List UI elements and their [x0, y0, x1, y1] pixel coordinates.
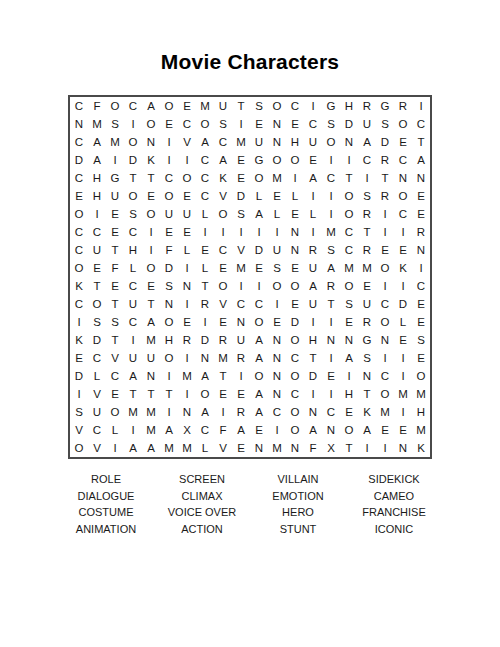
grid-cell: K	[70, 277, 88, 295]
grid-cell: G	[322, 97, 340, 115]
grid-cell: N	[340, 331, 358, 349]
grid-cell: R	[358, 97, 376, 115]
grid-cell: G	[376, 97, 394, 115]
grid-cell: I	[160, 133, 178, 151]
word-list-item: DIALOGUE	[58, 488, 154, 505]
grid-cell: S	[250, 97, 268, 115]
word-search-grid: CFOCAOEMUTSOCIGHRGRINMSIOECOSIENECSDUSOC…	[68, 95, 432, 459]
grid-cell: O	[376, 313, 394, 331]
grid-cell: U	[358, 295, 376, 313]
grid-cell: C	[394, 205, 412, 223]
grid-cell: E	[70, 187, 88, 205]
grid-cell: T	[412, 133, 430, 151]
grid-cell: I	[322, 313, 340, 331]
grid-cell: N	[358, 367, 376, 385]
grid-cell: E	[178, 187, 196, 205]
grid-cell: I	[376, 223, 394, 241]
grid-cell: M	[214, 349, 232, 367]
grid-cell: V	[214, 295, 232, 313]
grid-cell: I	[412, 97, 430, 115]
grid-cell: O	[286, 151, 304, 169]
grid-cell: I	[142, 223, 160, 241]
grid-cell: C	[124, 97, 142, 115]
grid-cell: N	[268, 367, 286, 385]
grid-cell: A	[250, 331, 268, 349]
grid-cell: G	[358, 331, 376, 349]
grid-cell: E	[250, 115, 268, 133]
grid-cell: A	[142, 313, 160, 331]
grid-cell: R	[304, 241, 322, 259]
grid-cell: D	[70, 367, 88, 385]
grid-cell: E	[340, 403, 358, 421]
grid-cell: U	[88, 241, 106, 259]
grid-cell: O	[142, 115, 160, 133]
grid-cell: V	[214, 187, 232, 205]
grid-cell: D	[304, 367, 322, 385]
grid-cell: S	[70, 403, 88, 421]
grid-cell: O	[160, 97, 178, 115]
grid-cell: C	[412, 277, 430, 295]
grid-cell: E	[142, 187, 160, 205]
word-list-item: SCREEN	[154, 471, 250, 488]
grid-cell: C	[124, 313, 142, 331]
grid-cell: C	[214, 133, 232, 151]
grid-cell: C	[376, 367, 394, 385]
grid-cell: S	[340, 295, 358, 313]
grid-cell: O	[178, 169, 196, 187]
grid-cell: D	[88, 331, 106, 349]
grid-cell: E	[214, 259, 232, 277]
grid-cell: S	[268, 259, 286, 277]
grid-cell: E	[178, 223, 196, 241]
grid-cell: I	[394, 403, 412, 421]
grid-cell: D	[340, 115, 358, 133]
grid-cell: N	[340, 133, 358, 151]
grid-cell: I	[322, 385, 340, 403]
grid-cell: I	[394, 277, 412, 295]
grid-cell: E	[214, 385, 232, 403]
grid-cell: I	[304, 187, 322, 205]
grid-cell: M	[178, 367, 196, 385]
grid-cell: I	[232, 223, 250, 241]
grid-cell: O	[322, 133, 340, 151]
grid-cell: N	[178, 277, 196, 295]
grid-cell: A	[88, 151, 106, 169]
grid-cell: I	[232, 277, 250, 295]
grid-cell: L	[268, 205, 286, 223]
grid-cell: D	[196, 331, 214, 349]
grid-cell: D	[376, 133, 394, 151]
grid-cell: E	[412, 187, 430, 205]
grid-cell: R	[358, 313, 376, 331]
grid-cell: E	[232, 439, 250, 457]
grid-cell: O	[70, 259, 88, 277]
grid-cell: L	[304, 205, 322, 223]
grid-cell: L	[124, 259, 142, 277]
grid-cell: C	[196, 169, 214, 187]
grid-cell: T	[124, 385, 142, 403]
grid-cell: V	[88, 385, 106, 403]
grid-cell: O	[340, 205, 358, 223]
grid-cell: M	[160, 439, 178, 457]
word-list-item: EMOTION	[250, 488, 346, 505]
grid-cell: U	[88, 403, 106, 421]
grid-cell: M	[178, 439, 196, 457]
grid-cell: V	[214, 439, 232, 457]
grid-cell: O	[160, 349, 178, 367]
grid-cell: E	[106, 223, 124, 241]
grid-cell: E	[412, 349, 430, 367]
grid-cell: D	[70, 151, 88, 169]
grid-cell: I	[304, 385, 322, 403]
grid-cell: L	[394, 313, 412, 331]
grid-cell: T	[304, 349, 322, 367]
grid-cell: E	[286, 259, 304, 277]
grid-cell: N	[268, 115, 286, 133]
grid-cell: H	[124, 241, 142, 259]
grid-cell: C	[196, 151, 214, 169]
grid-cell: I	[178, 295, 196, 313]
grid-cell: C	[358, 151, 376, 169]
grid-cell: A	[304, 277, 322, 295]
grid-cell: I	[214, 223, 232, 241]
grid-cell: U	[358, 115, 376, 133]
grid-cell: A	[304, 421, 322, 439]
grid-cell: I	[322, 187, 340, 205]
grid-cell: N	[304, 403, 322, 421]
grid-cell: N	[196, 349, 214, 367]
grid-cell: I	[232, 367, 250, 385]
grid-cell: O	[70, 439, 88, 457]
grid-cell: O	[106, 403, 124, 421]
grid-cell: O	[286, 367, 304, 385]
grid-cell: E	[268, 313, 286, 331]
grid-cell: R	[358, 241, 376, 259]
grid-cell: N	[412, 241, 430, 259]
grid-cell: C	[70, 133, 88, 151]
grid-cell: S	[376, 115, 394, 133]
grid-cell: L	[196, 259, 214, 277]
grid-cell: S	[106, 115, 124, 133]
grid-cell: T	[160, 385, 178, 403]
grid-cell: S	[232, 205, 250, 223]
grid-cell: A	[232, 421, 250, 439]
grid-cell: A	[196, 367, 214, 385]
grid-cell: I	[394, 367, 412, 385]
grid-cell: D	[232, 187, 250, 205]
grid-cell: C	[160, 169, 178, 187]
grid-cell: E	[232, 385, 250, 403]
grid-cell: S	[322, 241, 340, 259]
grid-cell: I	[196, 223, 214, 241]
grid-cell: R	[214, 331, 232, 349]
grid-cell: I	[196, 313, 214, 331]
grid-cell: I	[178, 349, 196, 367]
grid-cell: T	[322, 295, 340, 313]
grid-cell: M	[124, 403, 142, 421]
grid-cell: L	[88, 367, 106, 385]
grid-cell: S	[322, 115, 340, 133]
grid-cell: L	[250, 187, 268, 205]
grid-cell: N	[376, 331, 394, 349]
grid-cell: M	[142, 403, 160, 421]
grid-cell: R	[394, 97, 412, 115]
grid-cell: I	[358, 169, 376, 187]
grid-cell: N	[394, 169, 412, 187]
grid-cell: T	[124, 169, 142, 187]
grid-cell: E	[106, 385, 124, 403]
grid-cell: E	[106, 205, 124, 223]
grid-cell: I	[178, 151, 196, 169]
grid-cell: A	[196, 133, 214, 151]
grid-cell: E	[214, 313, 232, 331]
grid-cell: K	[412, 439, 430, 457]
grid-cell: C	[214, 241, 232, 259]
grid-cell: F	[88, 97, 106, 115]
grid-cell: K	[394, 259, 412, 277]
grid-cell: N	[268, 349, 286, 367]
grid-cell: D	[160, 259, 178, 277]
grid-cell: O	[160, 313, 178, 331]
grid-cell: H	[286, 133, 304, 151]
grid-cell: C	[88, 223, 106, 241]
grid-cell: C	[286, 349, 304, 367]
grid-cell: C	[196, 421, 214, 439]
grid-cell: S	[358, 349, 376, 367]
grid-cell: I	[394, 223, 412, 241]
grid-cell: T	[358, 385, 376, 403]
grid-cell: I	[340, 151, 358, 169]
grid-cell: T	[196, 277, 214, 295]
grid-cell: E	[394, 241, 412, 259]
grid-cell: T	[340, 169, 358, 187]
grid-cell: O	[250, 367, 268, 385]
grid-cell: M	[340, 259, 358, 277]
grid-cell: R	[376, 151, 394, 169]
grid-cell: E	[412, 313, 430, 331]
grid-cell: A	[142, 439, 160, 457]
grid-cell: E	[376, 421, 394, 439]
grid-cell: U	[178, 205, 196, 223]
grid-cell: O	[268, 151, 286, 169]
grid-cell: A	[340, 349, 358, 367]
grid-cell: E	[250, 259, 268, 277]
grid-cell: E	[358, 277, 376, 295]
grid-cell: M	[268, 439, 286, 457]
grid-cell: C	[70, 169, 88, 187]
grid-cell: C	[322, 169, 340, 187]
grid-cell: N	[142, 133, 160, 151]
word-list-item: CLIMAX	[154, 488, 250, 505]
grid-cell: O	[214, 205, 232, 223]
word-list-item: FRANCHISE	[346, 504, 442, 521]
grid-cell: R	[178, 331, 196, 349]
grid-cell: H	[88, 187, 106, 205]
grid-cell: O	[286, 331, 304, 349]
grid-cell: M	[322, 223, 340, 241]
grid-cell: E	[340, 313, 358, 331]
grid-cell: T	[340, 439, 358, 457]
grid-cell: N	[232, 313, 250, 331]
grid-cell: N	[322, 331, 340, 349]
grid-cell: O	[394, 187, 412, 205]
grid-cell: O	[214, 277, 232, 295]
grid-cell: E	[376, 241, 394, 259]
grid-cell: E	[232, 169, 250, 187]
grid-cell: C	[106, 367, 124, 385]
grid-cell: A	[124, 367, 142, 385]
grid-cell: C	[322, 403, 340, 421]
grid-cell: O	[340, 187, 358, 205]
grid-cell: H	[304, 331, 322, 349]
grid-cell: L	[286, 187, 304, 205]
grid-cell: E	[286, 295, 304, 313]
grid-cell: C	[340, 223, 358, 241]
grid-cell: I	[376, 277, 394, 295]
grid-cell: C	[70, 241, 88, 259]
grid-cell: C	[412, 115, 430, 133]
grid-cell: I	[232, 115, 250, 133]
grid-cell: N	[412, 169, 430, 187]
grid-cell: L	[196, 439, 214, 457]
grid-cell: I	[106, 439, 124, 457]
grid-cell: M	[142, 421, 160, 439]
grid-cell: M	[412, 421, 430, 439]
grid-cell: O	[268, 277, 286, 295]
grid-cell: E	[160, 115, 178, 133]
grid-cell: O	[106, 97, 124, 115]
grid-cell: F	[304, 439, 322, 457]
grid-cell: I	[286, 169, 304, 187]
grid-cell: M	[268, 169, 286, 187]
grid-cell: C	[250, 295, 268, 313]
grid-cell: O	[250, 313, 268, 331]
grid-cell: M	[358, 259, 376, 277]
grid-cell: I	[142, 241, 160, 259]
word-list-item: STUNT	[250, 521, 346, 538]
grid-cell: O	[196, 115, 214, 133]
word-list-item: ACTION	[154, 521, 250, 538]
grid-cell: M	[394, 385, 412, 403]
grid-cell: A	[322, 259, 340, 277]
grid-cell: I	[268, 295, 286, 313]
grid-cell: D	[124, 151, 142, 169]
grid-cell: C	[286, 97, 304, 115]
grid-cell: F	[214, 421, 232, 439]
word-list-item: CAMEO	[346, 488, 442, 505]
grid-cell: E	[412, 205, 430, 223]
grid-cell: C	[70, 97, 88, 115]
grid-cell: I	[178, 259, 196, 277]
grid-cell: E	[70, 349, 88, 367]
grid-cell: F	[160, 241, 178, 259]
grid-cell: I	[412, 259, 430, 277]
grid-cell: O	[250, 169, 268, 187]
grid-cell: E	[142, 277, 160, 295]
grid-cell: U	[304, 295, 322, 313]
grid-cell: C	[340, 241, 358, 259]
grid-cell: U	[250, 133, 268, 151]
grid-cell: A	[250, 385, 268, 403]
grid-cell: E	[412, 295, 430, 313]
grid-cell: S	[214, 115, 232, 133]
grid-cell: K	[358, 403, 376, 421]
grid-cell: C	[70, 295, 88, 313]
grid-cell: A	[160, 421, 178, 439]
grid-cell: C	[304, 115, 322, 133]
grid-cell: C	[268, 403, 286, 421]
grid-cell: R	[232, 349, 250, 367]
grid-cell: O	[376, 385, 394, 403]
grid-cell: I	[214, 403, 232, 421]
grid-cell: T	[106, 331, 124, 349]
grid-cell: O	[196, 385, 214, 403]
grid-cell: A	[214, 151, 232, 169]
grid-cell: N	[286, 241, 304, 259]
grid-cell: I	[124, 421, 142, 439]
grid-cell: A	[142, 97, 160, 115]
grid-cell: U	[142, 349, 160, 367]
grid-cell: S	[358, 187, 376, 205]
grid-cell: T	[106, 241, 124, 259]
grid-cell: C	[88, 421, 106, 439]
grid-cell: K	[70, 331, 88, 349]
word-list-item: VOICE OVER	[154, 504, 250, 521]
grid-cell: T	[88, 277, 106, 295]
grid-cell: M	[232, 133, 250, 151]
grid-cell: C	[70, 223, 88, 241]
word-list-item: ICONIC	[346, 521, 442, 538]
word-list-item: VILLAIN	[250, 471, 346, 488]
grid-cell: I	[106, 151, 124, 169]
grid-cell: I	[160, 367, 178, 385]
grid-cell: O	[142, 259, 160, 277]
grid-cell: T	[376, 169, 394, 187]
grid-cell: K	[214, 169, 232, 187]
grid-cell: E	[250, 421, 268, 439]
grid-cell: I	[376, 205, 394, 223]
grid-cell: R	[376, 187, 394, 205]
word-list-item: HERO	[250, 504, 346, 521]
grid-cell: O	[394, 115, 412, 133]
grid-cell: U	[304, 259, 322, 277]
word-list-item: ROLE	[58, 471, 154, 488]
grid-cell: I	[322, 151, 340, 169]
grid-cell: R	[412, 223, 430, 241]
grid-cell: E	[196, 241, 214, 259]
grid-cell: N	[142, 367, 160, 385]
grid-cell: N	[286, 439, 304, 457]
word-list-item: COSTUME	[58, 504, 154, 521]
grid-cell: A	[250, 349, 268, 367]
grid-cell: L	[196, 205, 214, 223]
grid-cell: R	[196, 295, 214, 313]
grid-cell: L	[178, 241, 196, 259]
grid-cell: U	[124, 295, 142, 313]
grid-cell: L	[106, 421, 124, 439]
grid-cell: C	[394, 151, 412, 169]
grid-cell: I	[250, 223, 268, 241]
grid-cell: H	[340, 97, 358, 115]
grid-cell: E	[394, 133, 412, 151]
grid-cell: O	[70, 205, 88, 223]
grid-cell: H	[412, 403, 430, 421]
grid-cell: I	[394, 349, 412, 367]
grid-cell: T	[142, 169, 160, 187]
grid-cell: I	[376, 439, 394, 457]
grid-cell: I	[88, 205, 106, 223]
grid-cell: I	[70, 385, 88, 403]
